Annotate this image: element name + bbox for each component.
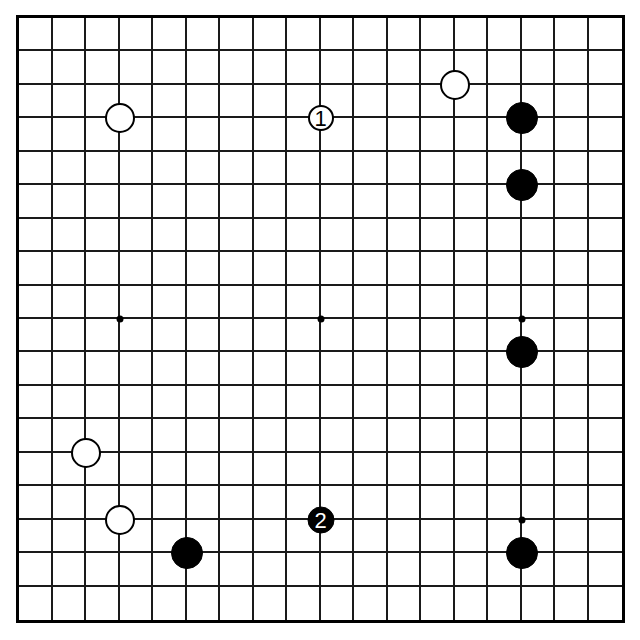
board-cell [153,118,187,151]
board-cell [187,252,221,285]
board-cell [187,587,221,620]
board-cell [388,219,422,252]
board-cell [153,152,187,185]
board-cell [287,319,321,352]
board-cell [421,18,455,51]
board-cell [120,453,154,486]
board-cell [455,18,489,51]
board-cell [555,18,589,51]
board-cell [388,419,422,452]
board-cell [19,152,53,185]
board-cell [388,18,422,51]
board-cell [53,553,87,586]
board-cell [19,85,53,118]
board-cell [187,286,221,319]
board-cell [421,386,455,419]
board-cell [321,219,355,252]
board-cell [589,453,623,486]
black-stone [506,336,538,368]
board-cell [589,252,623,285]
board-cell [220,587,254,620]
board-cell [388,520,422,553]
board-cell [421,520,455,553]
board-cell [19,386,53,419]
board-cell [19,219,53,252]
board-cell [254,319,288,352]
board-cell [187,486,221,519]
board-cell [53,352,87,385]
board-cell [287,352,321,385]
board-cell [421,352,455,385]
board-cell [455,587,489,620]
board-cell [555,486,589,519]
board-cell [388,587,422,620]
board-cell [388,118,422,151]
board-cell [488,486,522,519]
board-cell [421,286,455,319]
board-cell [421,486,455,519]
board-cell [153,51,187,84]
white-stone-move-1: 1 [308,105,334,131]
board-cell [354,185,388,218]
board-cell [19,587,53,620]
board-cell [421,185,455,218]
board-cell [589,352,623,385]
board-cell [321,419,355,452]
board-cell [455,553,489,586]
board-cell [589,118,623,151]
board-cell [287,185,321,218]
board-cell [254,286,288,319]
board-cell [220,319,254,352]
white-stone [440,70,470,100]
board-cell [120,286,154,319]
board-cell [254,152,288,185]
board-cell [354,18,388,51]
board-cell [120,319,154,352]
board-cell [522,587,556,620]
board-cell [187,419,221,452]
board-cell [321,18,355,51]
board-cell [555,520,589,553]
board-cell [455,386,489,419]
board-cell [254,453,288,486]
board-cell [388,51,422,84]
board-cell [187,219,221,252]
black-stone [506,169,538,201]
board-cell [153,219,187,252]
board-cell [53,219,87,252]
board-cell [287,453,321,486]
board-cell [354,85,388,118]
board-cell [53,386,87,419]
board-cell [220,152,254,185]
go-diagram-canvas: 12 [0,0,640,640]
board-cell [555,219,589,252]
board-cell [153,18,187,51]
board-cell [120,252,154,285]
board-cell [19,18,53,51]
board-cell [455,118,489,151]
board-cell [388,486,422,519]
board-cell [555,319,589,352]
board-cell [589,520,623,553]
board-cell [53,152,87,185]
board-cell [53,185,87,218]
board-cell [421,453,455,486]
board-cell [488,51,522,84]
board-cell [354,51,388,84]
board-cell [488,18,522,51]
board-cell [455,286,489,319]
board-cell [86,553,120,586]
board-cell [53,18,87,51]
board-cell [19,252,53,285]
board-cell [19,419,53,452]
board-cell [522,486,556,519]
board-cell [354,219,388,252]
board-cell [354,319,388,352]
board-cell [321,453,355,486]
board-cell [321,386,355,419]
star-point [518,516,525,523]
board-cell [388,386,422,419]
board-cell [254,352,288,385]
board-cell [187,319,221,352]
board-cell [53,319,87,352]
board-cell [53,587,87,620]
board-cell [19,51,53,84]
board-cell [220,18,254,51]
board-cell [220,252,254,285]
board-cell [19,286,53,319]
white-stone [71,438,101,468]
board-cell [153,419,187,452]
board-cell [488,286,522,319]
board-cell [19,520,53,553]
star-point [116,316,123,323]
board-cell [254,51,288,84]
board-cell [455,252,489,285]
board-cell [589,553,623,586]
board-cell [421,587,455,620]
board-cell [589,486,623,519]
board-cell [321,185,355,218]
board-cell [287,219,321,252]
board-cell [354,386,388,419]
board-cell [488,386,522,419]
board-cell [488,219,522,252]
board-cell [555,85,589,118]
board-cell [153,185,187,218]
board-cell [153,352,187,385]
board-cell [254,419,288,452]
white-stone [105,505,135,535]
board-cell [522,453,556,486]
board-cell [421,252,455,285]
board-cell [220,419,254,452]
board-cell [589,286,623,319]
board-cell [321,152,355,185]
board-cell [555,453,589,486]
board-cell [287,252,321,285]
board-cell [187,386,221,419]
board-cell [53,51,87,84]
black-stone [171,537,203,569]
board-cell [388,252,422,285]
board-cell [120,152,154,185]
board-cell [19,352,53,385]
board-cell [589,587,623,620]
black-stone [506,102,538,134]
board-cell [53,85,87,118]
board-cell [220,185,254,218]
board-cell [522,219,556,252]
board-cell [555,118,589,151]
board-cell [19,319,53,352]
black-stone [506,537,538,569]
board-cell [254,85,288,118]
board-cell [287,152,321,185]
board-cell [488,419,522,452]
board-cell [455,520,489,553]
board-cell [287,553,321,586]
board-cell [53,520,87,553]
board-cell [421,219,455,252]
board-cell [120,553,154,586]
board-cell [254,118,288,151]
board-cell [153,486,187,519]
board-cell [589,18,623,51]
black-stone-move-2: 2 [307,506,334,533]
board-cell [220,219,254,252]
board-cell [421,152,455,185]
board-cell [254,185,288,218]
board-cell [321,252,355,285]
board-cell [354,553,388,586]
board-cell [187,152,221,185]
board-cell [153,252,187,285]
board-cell [254,486,288,519]
board-cell [455,219,489,252]
board-cell [354,118,388,151]
board-cell [220,386,254,419]
board-cell [321,286,355,319]
board-cell [86,386,120,419]
board-cell [220,352,254,385]
board-cell [589,219,623,252]
board-cell [488,252,522,285]
board-cell [388,453,422,486]
board-cell [354,587,388,620]
board-cell [153,85,187,118]
board-cell [53,118,87,151]
board-cell [86,319,120,352]
move-number-label: 1 [314,107,326,130]
board-cell [388,286,422,319]
star-point [518,316,525,323]
board-cell [120,51,154,84]
board-cell [555,553,589,586]
board-cell [19,553,53,586]
board-cell [120,419,154,452]
board-cell [455,352,489,385]
board-cell [455,453,489,486]
board-cell [555,51,589,84]
board-cell [187,51,221,84]
board-cell [153,286,187,319]
board-cell [354,486,388,519]
board-cell [53,486,87,519]
board-cell [321,352,355,385]
board-cell [187,18,221,51]
board-cell [187,85,221,118]
board-cell [86,587,120,620]
board-cell [354,152,388,185]
board-cell [555,352,589,385]
board-cell [120,219,154,252]
board-cell [287,18,321,51]
board-cell [388,352,422,385]
board-cell [86,18,120,51]
board-cell [153,386,187,419]
board-cell [220,118,254,151]
board-cell [86,219,120,252]
board-cell [388,553,422,586]
board-cell [455,419,489,452]
go-board: 12 [16,15,625,623]
board-cell [455,319,489,352]
board-cell [589,85,623,118]
board-cell [321,319,355,352]
star-point [317,316,324,323]
board-cell [555,386,589,419]
board-cell [287,587,321,620]
board-cell [220,553,254,586]
board-cell [555,152,589,185]
board-cell [254,386,288,419]
board-cell [187,453,221,486]
board-cell [555,252,589,285]
board-cell [287,419,321,452]
board-cell [388,152,422,185]
board-cell [555,185,589,218]
board-cell [19,453,53,486]
board-cell [19,118,53,151]
board-cell [120,386,154,419]
board-cell [220,85,254,118]
board-cell [86,252,120,285]
board-cell [488,587,522,620]
board-cell [555,286,589,319]
board-cell [522,386,556,419]
board-cell [354,252,388,285]
board-cell [120,352,154,385]
board-cell [455,486,489,519]
board-cell [421,419,455,452]
board-cell [354,419,388,452]
board-cell [254,18,288,51]
board-cell [254,553,288,586]
board-cell [455,152,489,185]
board-cell [354,352,388,385]
board-cell [287,386,321,419]
board-cell [120,587,154,620]
board-cell [522,252,556,285]
board-cell [522,419,556,452]
board-cell [589,152,623,185]
board-cell [589,319,623,352]
board-cell [321,553,355,586]
board-cell [354,286,388,319]
board-cell [220,286,254,319]
board-cell [153,587,187,620]
board-cell [589,185,623,218]
board-cell [455,185,489,218]
board-cell [254,587,288,620]
board-cell [220,51,254,84]
board-cell [86,152,120,185]
board-cell [187,118,221,151]
board-cell [254,520,288,553]
board-cell [86,185,120,218]
board-cell [220,453,254,486]
board-cell [388,185,422,218]
board-cell [220,520,254,553]
board-cell [53,252,87,285]
board-cell [354,520,388,553]
board-cell [555,587,589,620]
board-cell [120,18,154,51]
board-cell [388,319,422,352]
board-cell [120,185,154,218]
board-cell [522,18,556,51]
board-cell [153,319,187,352]
board-cell [589,419,623,452]
board-cell [287,51,321,84]
board-cell [86,51,120,84]
board-cell [153,453,187,486]
board-cell [53,286,87,319]
board-cell [522,51,556,84]
board-cell [187,352,221,385]
board-cell [187,185,221,218]
board-cell [589,51,623,84]
board-cell [19,185,53,218]
board-cell [254,252,288,285]
board-cell [254,219,288,252]
board-cell [555,419,589,452]
board-cell [421,319,455,352]
board-cell [421,118,455,151]
board-cell [488,453,522,486]
white-stone [105,103,135,133]
board-cell [354,453,388,486]
board-cell [321,51,355,84]
board-cell [19,486,53,519]
board-cell [220,486,254,519]
board-cell [388,85,422,118]
board-cell [287,286,321,319]
board-cell [522,286,556,319]
board-cell [321,587,355,620]
move-number-label: 2 [314,508,326,531]
board-cell [86,352,120,385]
board-cell [86,286,120,319]
board-cell [421,553,455,586]
board-cell [589,386,623,419]
